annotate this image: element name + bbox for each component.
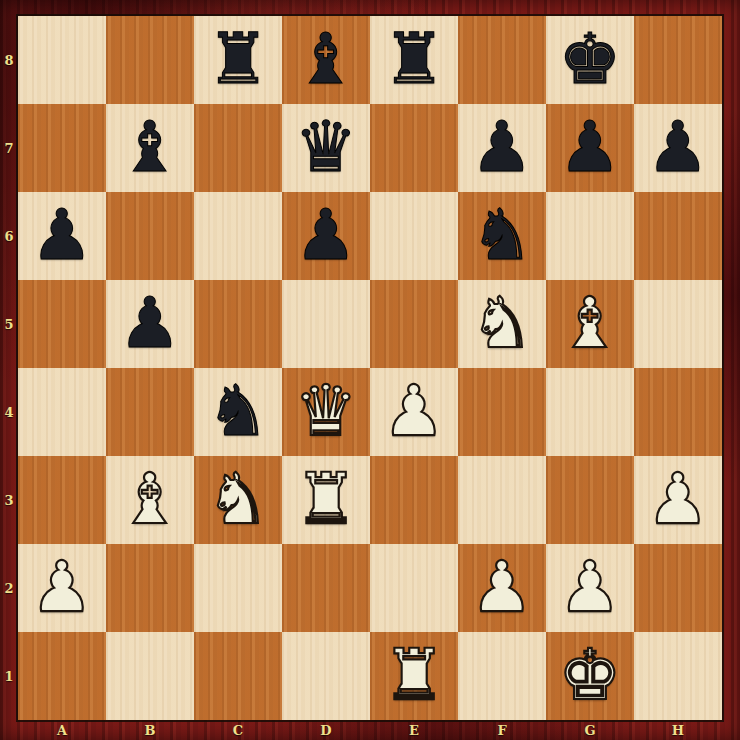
square-g7[interactable]: ♟: [546, 104, 634, 192]
rank-label-8: 8: [0, 16, 18, 104]
square-a2[interactable]: ♟: [18, 544, 106, 632]
square-a1[interactable]: [18, 632, 106, 720]
square-b5[interactable]: ♟: [106, 280, 194, 368]
white-pawn-a2[interactable]: ♟: [18, 544, 106, 632]
file-label-h: H: [634, 720, 722, 740]
file-labels: ABCDEFGH: [18, 720, 722, 740]
square-a8[interactable]: [18, 16, 106, 104]
square-f8[interactable]: [458, 16, 546, 104]
black-pawn-d6[interactable]: ♟: [282, 192, 370, 280]
square-h3[interactable]: ♟: [634, 456, 722, 544]
white-knight-c3[interactable]: ♞: [194, 456, 282, 544]
black-bishop-b7[interactable]: ♝: [106, 104, 194, 192]
square-e2[interactable]: [370, 544, 458, 632]
square-g2[interactable]: ♟: [546, 544, 634, 632]
chess-board: ♜♝♜♚♝♛♟♟♟♟♟♞♟♞♝♞♛♟♝♞♜♟♟♟♟♜♚: [18, 16, 722, 720]
square-e7[interactable]: [370, 104, 458, 192]
square-c5[interactable]: [194, 280, 282, 368]
square-h6[interactable]: [634, 192, 722, 280]
black-pawn-g7[interactable]: ♟: [546, 104, 634, 192]
square-h7[interactable]: ♟: [634, 104, 722, 192]
square-f3[interactable]: [458, 456, 546, 544]
white-pawn-h3[interactable]: ♟: [634, 456, 722, 544]
square-a6[interactable]: ♟: [18, 192, 106, 280]
square-c4[interactable]: ♞: [194, 368, 282, 456]
square-h4[interactable]: [634, 368, 722, 456]
black-knight-c4[interactable]: ♞: [194, 368, 282, 456]
square-f4[interactable]: [458, 368, 546, 456]
white-pawn-e4[interactable]: ♟: [370, 368, 458, 456]
file-label-c: C: [194, 720, 282, 740]
rank-label-6: 6: [0, 192, 18, 280]
square-b4[interactable]: [106, 368, 194, 456]
file-label-f: F: [458, 720, 546, 740]
square-h2[interactable]: [634, 544, 722, 632]
square-a4[interactable]: [18, 368, 106, 456]
square-d1[interactable]: [282, 632, 370, 720]
square-e5[interactable]: [370, 280, 458, 368]
rank-label-4: 4: [0, 368, 18, 456]
square-c2[interactable]: [194, 544, 282, 632]
file-label-b: B: [106, 720, 194, 740]
black-rook-c8[interactable]: ♜: [194, 16, 282, 104]
rank-label-5: 5: [0, 280, 18, 368]
square-g8[interactable]: ♚: [546, 16, 634, 104]
square-g6[interactable]: [546, 192, 634, 280]
black-rook-e8[interactable]: ♜: [370, 16, 458, 104]
square-d8[interactable]: ♝: [282, 16, 370, 104]
square-g3[interactable]: [546, 456, 634, 544]
black-bishop-d8[interactable]: ♝: [282, 16, 370, 104]
rank-label-2: 2: [0, 544, 18, 632]
square-b7[interactable]: ♝: [106, 104, 194, 192]
square-f1[interactable]: [458, 632, 546, 720]
square-b6[interactable]: [106, 192, 194, 280]
rank-label-7: 7: [0, 104, 18, 192]
square-e4[interactable]: ♟: [370, 368, 458, 456]
square-d7[interactable]: ♛: [282, 104, 370, 192]
black-pawn-a6[interactable]: ♟: [18, 192, 106, 280]
white-rook-e1[interactable]: ♜: [370, 632, 458, 720]
file-label-e: E: [370, 720, 458, 740]
square-d3[interactable]: ♜: [282, 456, 370, 544]
square-b8[interactable]: [106, 16, 194, 104]
square-c8[interactable]: ♜: [194, 16, 282, 104]
file-label-a: A: [18, 720, 106, 740]
black-pawn-h7[interactable]: ♟: [634, 104, 722, 192]
black-pawn-b5[interactable]: ♟: [106, 280, 194, 368]
square-g5[interactable]: ♝: [546, 280, 634, 368]
white-pawn-f2[interactable]: ♟: [458, 544, 546, 632]
square-f5[interactable]: ♞: [458, 280, 546, 368]
square-c6[interactable]: [194, 192, 282, 280]
white-rook-d3[interactable]: ♜: [282, 456, 370, 544]
rank-labels: 87654321: [0, 16, 18, 720]
square-b2[interactable]: [106, 544, 194, 632]
square-d4[interactable]: ♛: [282, 368, 370, 456]
file-label-g: G: [546, 720, 634, 740]
square-e3[interactable]: [370, 456, 458, 544]
square-h5[interactable]: [634, 280, 722, 368]
rank-label-3: 3: [0, 456, 18, 544]
square-c1[interactable]: [194, 632, 282, 720]
square-c7[interactable]: [194, 104, 282, 192]
black-knight-f6[interactable]: ♞: [458, 192, 546, 280]
white-bishop-b3[interactable]: ♝: [106, 456, 194, 544]
square-d5[interactable]: [282, 280, 370, 368]
white-knight-f5[interactable]: ♞: [458, 280, 546, 368]
square-b3[interactable]: ♝: [106, 456, 194, 544]
square-f7[interactable]: ♟: [458, 104, 546, 192]
square-h8[interactable]: [634, 16, 722, 104]
white-king-g1[interactable]: ♚: [546, 632, 634, 720]
square-h1[interactable]: [634, 632, 722, 720]
square-a3[interactable]: [18, 456, 106, 544]
square-f6[interactable]: ♞: [458, 192, 546, 280]
black-queen-d7[interactable]: ♛: [282, 104, 370, 192]
white-pawn-g2[interactable]: ♟: [546, 544, 634, 632]
square-b1[interactable]: [106, 632, 194, 720]
square-e6[interactable]: [370, 192, 458, 280]
black-king-g8[interactable]: ♚: [546, 16, 634, 104]
square-g4[interactable]: [546, 368, 634, 456]
file-label-d: D: [282, 720, 370, 740]
white-bishop-g5[interactable]: ♝: [546, 280, 634, 368]
white-queen-d4[interactable]: ♛: [282, 368, 370, 456]
square-d2[interactable]: [282, 544, 370, 632]
square-d6[interactable]: ♟: [282, 192, 370, 280]
square-c3[interactable]: ♞: [194, 456, 282, 544]
black-pawn-f7[interactable]: ♟: [458, 104, 546, 192]
square-e1[interactable]: ♜: [370, 632, 458, 720]
rank-label-1: 1: [0, 632, 18, 720]
square-e8[interactable]: ♜: [370, 16, 458, 104]
square-g1[interactable]: ♚: [546, 632, 634, 720]
square-a7[interactable]: [18, 104, 106, 192]
square-a5[interactable]: [18, 280, 106, 368]
square-f2[interactable]: ♟: [458, 544, 546, 632]
